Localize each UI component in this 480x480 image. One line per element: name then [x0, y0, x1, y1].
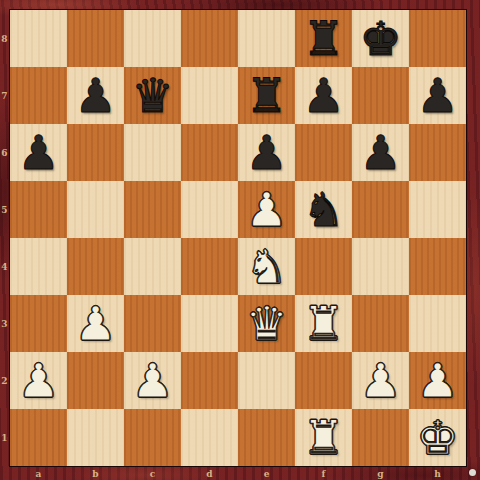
white-pawn-a2[interactable]: ♟	[17, 352, 59, 409]
rank-label-8: 8	[0, 10, 9, 67]
rank-label-2: 2	[0, 352, 9, 409]
file-label-h: h	[409, 467, 466, 480]
square-f2[interactable]	[295, 352, 352, 409]
square-b4[interactable]	[67, 238, 124, 295]
rank-label-5: 5	[0, 181, 9, 238]
square-d7[interactable]	[181, 67, 238, 124]
square-c2[interactable]: ♟	[124, 352, 181, 409]
square-c8[interactable]	[124, 10, 181, 67]
black-pawn-f7[interactable]: ♟	[302, 67, 344, 124]
square-d1[interactable]	[181, 409, 238, 466]
square-b2[interactable]	[67, 352, 124, 409]
square-d6[interactable]	[181, 124, 238, 181]
square-h5[interactable]	[409, 181, 466, 238]
file-label-g: g	[352, 467, 409, 480]
file-label-a: a	[10, 467, 67, 480]
square-g5[interactable]	[352, 181, 409, 238]
black-rook-e7[interactable]: ♜	[245, 67, 287, 124]
black-pawn-a6[interactable]: ♟	[17, 124, 59, 181]
white-rook-f3[interactable]: ♜	[302, 295, 344, 352]
square-e7[interactable]: ♜	[238, 67, 295, 124]
black-pawn-b7[interactable]: ♟	[74, 67, 116, 124]
white-king-h1[interactable]: ♚	[416, 409, 458, 466]
chess-board: ♜♚♟♛♜♟♟♟♟♟♟♞♞♟♛♜♟♟♟♟♜♚	[9, 9, 467, 467]
square-e4[interactable]: ♞	[238, 238, 295, 295]
square-c7[interactable]: ♛	[124, 67, 181, 124]
square-d5[interactable]	[181, 181, 238, 238]
white-pawn-g2[interactable]: ♟	[359, 352, 401, 409]
square-g1[interactable]	[352, 409, 409, 466]
square-g7[interactable]	[352, 67, 409, 124]
square-a2[interactable]: ♟	[10, 352, 67, 409]
file-label-f: f	[295, 467, 352, 480]
square-c5[interactable]	[124, 181, 181, 238]
file-label-e: e	[238, 467, 295, 480]
rank-label-3: 3	[0, 295, 9, 352]
square-b3[interactable]: ♟	[67, 295, 124, 352]
black-pawn-e6[interactable]: ♟	[245, 124, 287, 181]
square-f8[interactable]: ♜	[295, 10, 352, 67]
square-b5[interactable]	[67, 181, 124, 238]
board-frame: ♜♚♟♛♜♟♟♟♟♟♟♞♞♟♛♜♟♟♟♟♜♚ 87654321 abcdefgh	[0, 0, 480, 480]
square-h3[interactable]	[409, 295, 466, 352]
square-c3[interactable]	[124, 295, 181, 352]
square-d2[interactable]	[181, 352, 238, 409]
square-g2[interactable]: ♟	[352, 352, 409, 409]
square-h1[interactable]: ♚	[409, 409, 466, 466]
rank-label-6: 6	[0, 124, 9, 181]
square-h2[interactable]: ♟	[409, 352, 466, 409]
black-knight-f5[interactable]: ♞	[302, 181, 344, 238]
square-a1[interactable]	[10, 409, 67, 466]
square-e6[interactable]: ♟	[238, 124, 295, 181]
square-h6[interactable]	[409, 124, 466, 181]
square-a7[interactable]	[10, 67, 67, 124]
white-pawn-e5[interactable]: ♟	[245, 181, 287, 238]
rank-label-7: 7	[0, 67, 9, 124]
square-f7[interactable]: ♟	[295, 67, 352, 124]
square-h7[interactable]: ♟	[409, 67, 466, 124]
square-a3[interactable]	[10, 295, 67, 352]
white-pawn-c2[interactable]: ♟	[131, 352, 173, 409]
square-e3[interactable]: ♛	[238, 295, 295, 352]
square-e8[interactable]	[238, 10, 295, 67]
square-c4[interactable]	[124, 238, 181, 295]
square-c1[interactable]	[124, 409, 181, 466]
square-d8[interactable]	[181, 10, 238, 67]
white-pawn-b3[interactable]: ♟	[74, 295, 116, 352]
square-b1[interactable]	[67, 409, 124, 466]
file-label-b: b	[67, 467, 124, 480]
white-queen-e3[interactable]: ♛	[245, 295, 287, 352]
square-g6[interactable]: ♟	[352, 124, 409, 181]
square-g4[interactable]	[352, 238, 409, 295]
white-knight-e4[interactable]: ♞	[245, 238, 287, 295]
square-h4[interactable]	[409, 238, 466, 295]
square-d4[interactable]	[181, 238, 238, 295]
black-queen-c7[interactable]: ♛	[131, 67, 173, 124]
black-king-g8[interactable]: ♚	[359, 10, 401, 67]
square-a5[interactable]	[10, 181, 67, 238]
square-c6[interactable]	[124, 124, 181, 181]
square-a6[interactable]: ♟	[10, 124, 67, 181]
rank-label-4: 4	[0, 238, 9, 295]
square-f3[interactable]: ♜	[295, 295, 352, 352]
black-pawn-g6[interactable]: ♟	[359, 124, 401, 181]
square-b7[interactable]: ♟	[67, 67, 124, 124]
square-e5[interactable]: ♟	[238, 181, 295, 238]
white-pawn-h2[interactable]: ♟	[416, 352, 458, 409]
square-b6[interactable]	[67, 124, 124, 181]
square-f1[interactable]: ♜	[295, 409, 352, 466]
black-rook-f8[interactable]: ♜	[302, 10, 344, 67]
square-g3[interactable]	[352, 295, 409, 352]
white-rook-f1[interactable]: ♜	[302, 409, 344, 466]
side-to-move-indicator	[469, 469, 476, 476]
square-f4[interactable]	[295, 238, 352, 295]
square-d3[interactable]	[181, 295, 238, 352]
black-pawn-h7[interactable]: ♟	[416, 67, 458, 124]
square-a8[interactable]	[10, 10, 67, 67]
file-label-d: d	[181, 467, 238, 480]
square-a4[interactable]	[10, 238, 67, 295]
square-g8[interactable]: ♚	[352, 10, 409, 67]
file-label-c: c	[124, 467, 181, 480]
rank-label-1: 1	[0, 409, 9, 466]
square-e2[interactable]	[238, 352, 295, 409]
square-f5[interactable]: ♞	[295, 181, 352, 238]
square-h8[interactable]	[409, 10, 466, 67]
square-e1[interactable]	[238, 409, 295, 466]
square-f6[interactable]	[295, 124, 352, 181]
square-b8[interactable]	[67, 10, 124, 67]
